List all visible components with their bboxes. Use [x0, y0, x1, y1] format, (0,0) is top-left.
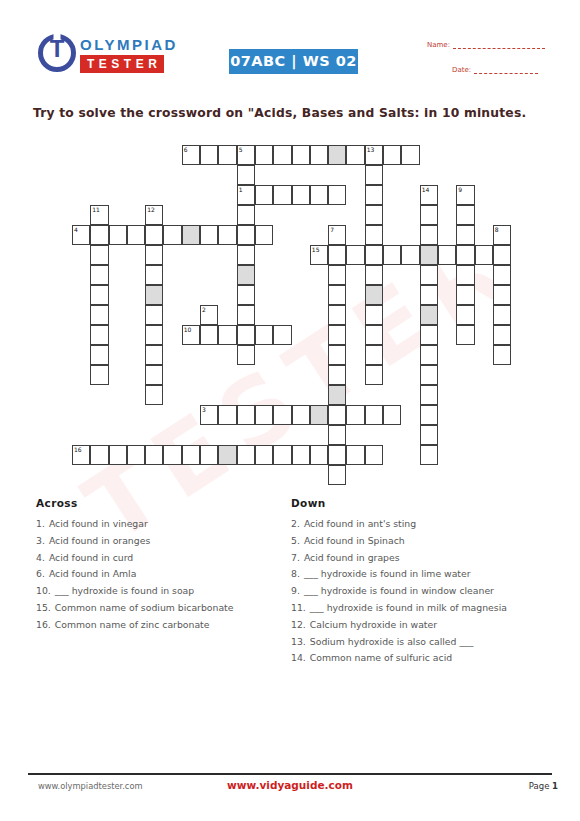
clue-item: 7.Acid found in grapes — [291, 550, 571, 567]
grid-cell[interactable] — [456, 325, 474, 345]
grid-cell[interactable] — [90, 305, 108, 325]
cell-number: 9 — [458, 186, 462, 193]
clue-text: Acid found in ant's sting — [304, 518, 416, 529]
clue-number: 4. — [36, 552, 45, 563]
grid-cell[interactable] — [237, 405, 255, 425]
grid-cell[interactable] — [365, 405, 383, 425]
clue-text: Acid found in Amla — [49, 568, 136, 579]
grid-cell[interactable] — [255, 325, 273, 345]
clue-item: 13.Sodium hydroxide is also called ___ — [291, 634, 571, 651]
grid-cell[interactable] — [127, 445, 145, 465]
grid-cell[interactable] — [237, 305, 255, 325]
cell-number: 5 — [239, 146, 243, 153]
grid-cell[interactable] — [346, 405, 364, 425]
grid-cell[interactable] — [365, 265, 383, 285]
cell-number: 3 — [202, 406, 206, 413]
grid-cell[interactable] — [237, 285, 255, 305]
grid-cell[interactable] — [365, 305, 383, 325]
grid-cell[interactable] — [328, 445, 346, 465]
grid-cell[interactable] — [328, 185, 346, 205]
logo-t-icon: T — [38, 34, 76, 72]
cell-number: 8 — [495, 226, 499, 233]
grid-cell[interactable] — [328, 345, 346, 365]
clue-item: 15.Common name of sodium bicarbonate — [36, 600, 286, 617]
grid-cell[interactable] — [237, 325, 255, 345]
grid-cell[interactable] — [255, 445, 273, 465]
grid-cell[interactable]: 14 — [420, 185, 438, 205]
grid-cell[interactable] — [328, 285, 346, 305]
grid-cell-separator — [145, 285, 163, 305]
cell-number: 14 — [422, 186, 430, 193]
clue-item: 12.Calcium hydroxide in water — [291, 617, 571, 634]
grid-cell[interactable] — [145, 325, 163, 345]
grid-cell[interactable] — [365, 245, 383, 265]
logo-text-olympiad: OLYMPIAD — [80, 36, 178, 53]
grid-cell[interactable] — [328, 265, 346, 285]
clue-text: Acid found in Spinach — [304, 535, 405, 546]
cell-number: 16 — [74, 446, 82, 453]
grid-cell-separator — [328, 145, 346, 165]
instruction-title: Try to solve the crossword on "Acids, Ba… — [33, 106, 526, 120]
grid-cell[interactable] — [493, 345, 511, 365]
grid-cell[interactable]: 6 — [182, 145, 200, 165]
grid-cell[interactable] — [365, 205, 383, 225]
grid-cell-separator — [310, 405, 328, 425]
grid-cell[interactable] — [401, 245, 419, 265]
across-clue-list: 1.Acid found in vinegar3.Acid found in o… — [36, 516, 286, 634]
grid-cell[interactable] — [182, 445, 200, 465]
grid-cell[interactable] — [493, 265, 511, 285]
grid-cell[interactable]: 3 — [200, 405, 218, 425]
clue-text: ___ hydroxide is found in milk of magnes… — [310, 602, 507, 613]
grid-cell[interactable] — [365, 445, 383, 465]
crossword-grid: 65131149111247815210316 — [72, 145, 511, 485]
date-fill-line — [474, 67, 538, 74]
cell-number: 4 — [74, 226, 78, 233]
grid-cell[interactable] — [255, 225, 273, 245]
grid-cell[interactable] — [200, 225, 218, 245]
grid-cell[interactable] — [273, 145, 291, 165]
clue-text: ___ hydroxide is found in window cleaner — [304, 585, 494, 596]
across-clues-section: Across 1.Acid found in vinegar3.Acid fou… — [36, 497, 286, 634]
grid-cell[interactable] — [127, 225, 145, 245]
clue-number: 13. — [291, 636, 306, 647]
grid-cell[interactable] — [292, 185, 310, 205]
footer-divider — [28, 773, 552, 775]
grid-cell[interactable] — [328, 245, 346, 265]
grid-cell[interactable] — [90, 285, 108, 305]
clue-number: 12. — [291, 619, 306, 630]
grid-cell[interactable] — [420, 285, 438, 305]
grid-cell[interactable] — [109, 445, 127, 465]
grid-cell[interactable]: 1 — [237, 185, 255, 205]
grid-cell-separator — [420, 245, 438, 265]
grid-cell[interactable] — [420, 445, 438, 465]
cell-number: 11 — [92, 206, 100, 213]
grid-cell[interactable] — [273, 405, 291, 425]
grid-cell[interactable] — [90, 445, 108, 465]
grid-cell[interactable] — [273, 185, 291, 205]
grid-cell[interactable] — [145, 225, 163, 245]
clue-item: 5.Acid found in Spinach — [291, 533, 571, 550]
clue-text: Common name of sodium bicarbonate — [55, 602, 234, 613]
clue-number: 6. — [36, 568, 45, 579]
clue-number: 1. — [36, 518, 45, 529]
clue-number: 9. — [291, 585, 300, 596]
grid-cell[interactable] — [237, 345, 255, 365]
grid-cell[interactable] — [493, 305, 511, 325]
grid-cell[interactable] — [420, 345, 438, 365]
cell-number: 7 — [330, 226, 334, 233]
grid-cell[interactable] — [420, 265, 438, 285]
grid-cell-separator — [365, 285, 383, 305]
grid-cell[interactable] — [218, 225, 236, 245]
clue-text: ___ hydroxide is found in soap — [55, 585, 194, 596]
grid-cell[interactable] — [200, 145, 218, 165]
grid-cell[interactable] — [273, 445, 291, 465]
grid-cell[interactable] — [145, 305, 163, 325]
grid-cell[interactable]: 2 — [200, 305, 218, 325]
grid-cell[interactable] — [145, 245, 163, 265]
grid-cell[interactable] — [310, 185, 328, 205]
grid-cell[interactable] — [310, 145, 328, 165]
clue-item: 16.Common name of zinc carbonate — [36, 617, 286, 634]
clue-number: 8. — [291, 568, 300, 579]
name-fill-line — [453, 42, 545, 49]
grid-cell[interactable] — [292, 445, 310, 465]
cell-number: 6 — [184, 146, 188, 153]
page-number-value: 1 — [552, 781, 558, 791]
grid-cell[interactable] — [200, 445, 218, 465]
clue-item: 14.Common name of sulfuric acid — [291, 650, 571, 667]
grid-cell[interactable] — [420, 225, 438, 245]
down-header: Down — [291, 497, 571, 509]
grid-cell[interactable]: 4 — [72, 225, 90, 245]
grid-cell[interactable] — [401, 145, 419, 165]
cell-number: 1 — [239, 186, 243, 193]
grid-cell[interactable]: 15 — [310, 245, 328, 265]
grid-cell[interactable] — [365, 165, 383, 185]
grid-cell[interactable] — [90, 245, 108, 265]
grid-cell[interactable] — [200, 325, 218, 345]
grid-cell[interactable] — [90, 345, 108, 365]
grid-cell[interactable]: 12 — [145, 205, 163, 225]
clue-number: 14. — [291, 652, 306, 663]
clue-item: 3.Acid found in oranges — [36, 533, 286, 550]
clue-item: 8.___ hydroxide is found in lime water — [291, 566, 571, 583]
grid-cell[interactable] — [493, 245, 511, 265]
grid-cell-separator — [237, 265, 255, 285]
grid-cell[interactable] — [346, 145, 364, 165]
clue-text: Acid found in curd — [49, 552, 133, 563]
grid-cell-separator — [218, 445, 236, 465]
grid-cell[interactable] — [420, 365, 438, 385]
name-field-row: Name: — [427, 41, 545, 49]
grid-cell[interactable]: 11 — [90, 205, 108, 225]
grid-cell[interactable] — [145, 265, 163, 285]
grid-cell[interactable] — [420, 385, 438, 405]
grid-cell[interactable] — [90, 225, 108, 245]
grid-cell[interactable]: 7 — [328, 225, 346, 245]
clue-text: Calcium hydroxide in water — [310, 619, 437, 630]
clue-text: Common name of sulfuric acid — [310, 652, 452, 663]
grid-cell[interactable] — [456, 265, 474, 285]
clue-item: 10.___ hydroxide is found in soap — [36, 583, 286, 600]
across-header: Across — [36, 497, 286, 509]
grid-cell[interactable]: 13 — [365, 145, 383, 165]
cell-number: 13 — [367, 146, 375, 153]
grid-cell[interactable] — [328, 325, 346, 345]
grid-cell[interactable] — [273, 325, 291, 345]
grid-cell[interactable]: 16 — [72, 445, 90, 465]
grid-cell[interactable] — [218, 325, 236, 345]
grid-cell[interactable] — [255, 185, 273, 205]
clue-text: ___ hydroxide is found in lime water — [304, 568, 471, 579]
grid-cell[interactable] — [438, 245, 456, 265]
grid-cell[interactable] — [493, 285, 511, 305]
grid-cell[interactable] — [218, 145, 236, 165]
grid-cell[interactable] — [163, 445, 181, 465]
clue-item: 4.Acid found in curd — [36, 550, 286, 567]
grid-cell[interactable] — [109, 225, 127, 245]
grid-cell[interactable] — [292, 145, 310, 165]
date-field-row: Date: — [452, 66, 538, 74]
name-label: Name: — [427, 41, 450, 49]
grid-cell[interactable] — [237, 205, 255, 225]
grid-cell[interactable] — [456, 205, 474, 225]
grid-cell[interactable] — [365, 365, 383, 385]
grid-cell[interactable]: 5 — [237, 145, 255, 165]
grid-cell[interactable] — [90, 265, 108, 285]
grid-cell[interactable] — [420, 425, 438, 445]
grid-cell[interactable] — [365, 185, 383, 205]
footer-vidyaguide-link[interactable]: www.vidyaguide.com — [0, 779, 580, 791]
grid-cell[interactable] — [456, 305, 474, 325]
cell-number: 15 — [312, 246, 320, 253]
clue-number: 3. — [36, 535, 45, 546]
grid-cell[interactable] — [90, 365, 108, 385]
date-label: Date: — [452, 66, 471, 74]
grid-cell[interactable] — [163, 225, 181, 245]
worksheet-page: T OLYMPIAD TESTER 07ABC | WS 02 Name: Da… — [0, 0, 580, 821]
grid-cell[interactable] — [365, 225, 383, 245]
cell-number: 10 — [184, 326, 192, 333]
worksheet-code-banner: 07ABC | WS 02 — [229, 49, 358, 74]
clue-item: 9.___ hydroxide is found in window clean… — [291, 583, 571, 600]
grid-cell-separator — [420, 305, 438, 325]
grid-cell[interactable]: 9 — [456, 185, 474, 205]
page-number: Page 1 — [529, 781, 558, 791]
clue-number: 10. — [36, 585, 51, 596]
grid-cell[interactable] — [493, 325, 511, 345]
down-clue-list: 2.Acid found in ant's sting5.Acid found … — [291, 516, 571, 667]
clue-item: 6.Acid found in Amla — [36, 566, 286, 583]
grid-cell[interactable] — [292, 405, 310, 425]
grid-cell[interactable] — [383, 405, 401, 425]
grid-cell[interactable] — [255, 145, 273, 165]
clue-number: 15. — [36, 602, 51, 613]
grid-cell[interactable] — [237, 445, 255, 465]
clue-item: 1.Acid found in vinegar — [36, 516, 286, 533]
grid-cell[interactable] — [456, 245, 474, 265]
grid-cell[interactable] — [346, 445, 364, 465]
grid-cell[interactable]: 10 — [182, 325, 200, 345]
clue-text: Acid found in vinegar — [49, 518, 148, 529]
grid-cell[interactable] — [328, 305, 346, 325]
grid-cell[interactable] — [420, 325, 438, 345]
grid-cell[interactable] — [475, 245, 493, 265]
grid-cell[interactable] — [255, 405, 273, 425]
grid-cell[interactable] — [328, 465, 346, 485]
grid-cell[interactable] — [456, 225, 474, 245]
grid-cell-separator — [182, 225, 200, 245]
grid-cell[interactable] — [383, 245, 401, 265]
clue-number: 11. — [291, 602, 306, 613]
grid-cell[interactable]: 8 — [493, 225, 511, 245]
clue-item: 11.___ hydroxide is found in milk of mag… — [291, 600, 571, 617]
grid-cell-separator — [328, 385, 346, 405]
logo-letter: T — [43, 35, 71, 63]
grid-cell[interactable] — [237, 225, 255, 245]
grid-cell[interactable] — [365, 345, 383, 365]
clue-number: 7. — [291, 552, 300, 563]
cell-number: 12 — [147, 206, 155, 213]
logo-text-tester: TESTER — [80, 55, 164, 73]
grid-cell[interactable] — [328, 405, 346, 425]
grid-cell[interactable] — [237, 165, 255, 185]
grid-cell[interactable] — [346, 245, 364, 265]
clue-number: 2. — [291, 518, 300, 529]
clue-number: 5. — [291, 535, 300, 546]
cell-number: 2 — [202, 306, 206, 313]
clue-text: Acid found in grapes — [304, 552, 400, 563]
clue-text: Acid found in oranges — [49, 535, 150, 546]
grid-cell[interactable] — [237, 245, 255, 265]
grid-cell[interactable] — [145, 445, 163, 465]
grid-cell[interactable] — [145, 345, 163, 365]
clue-number: 16. — [36, 619, 51, 630]
grid-cell[interactable] — [310, 445, 328, 465]
grid-cell[interactable] — [90, 325, 108, 345]
grid-cell[interactable] — [420, 205, 438, 225]
clue-item: 2.Acid found in ant's sting — [291, 516, 571, 533]
grid-cell[interactable] — [365, 325, 383, 345]
clue-text: Sodium hydroxide is also called ___ — [310, 636, 474, 647]
grid-cell[interactable] — [456, 285, 474, 305]
grid-cell[interactable] — [218, 405, 236, 425]
grid-cell[interactable] — [328, 365, 346, 385]
grid-cell[interactable] — [328, 425, 346, 445]
grid-cell[interactable] — [420, 405, 438, 425]
grid-cell[interactable] — [383, 145, 401, 165]
grid-cell[interactable] — [145, 365, 163, 385]
grid-cell[interactable] — [145, 385, 163, 405]
down-clues-section: Down 2.Acid found in ant's sting5.Acid f… — [291, 497, 571, 667]
clue-text: Common name of zinc carbonate — [55, 619, 210, 630]
